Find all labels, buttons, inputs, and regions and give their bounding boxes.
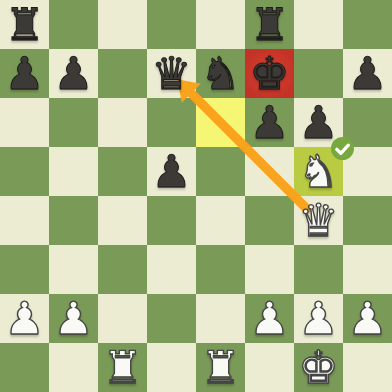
square-e6[interactable] (196, 98, 245, 147)
square-d6[interactable] (147, 98, 196, 147)
square-h4[interactable] (343, 196, 392, 245)
piece-black-pawn[interactable]: ♟ (53, 49, 93, 98)
square-b5[interactable] (49, 147, 98, 196)
square-e8[interactable] (196, 0, 245, 49)
square-h6[interactable] (343, 98, 392, 147)
square-b7[interactable]: ♟ (49, 49, 98, 98)
piece-white-knight[interactable]: ♞ (298, 147, 338, 196)
chess-board: ♜♜♟♟♛♞♚♟♟♟♟♞♛♟♟♟♟♟♜♜♚ (0, 0, 392, 392)
piece-black-rook[interactable]: ♜ (249, 0, 289, 49)
square-d4[interactable] (147, 196, 196, 245)
piece-white-pawn[interactable]: ♟ (298, 294, 338, 343)
piece-white-pawn[interactable]: ♟ (53, 294, 93, 343)
square-a7[interactable]: ♟ (0, 49, 49, 98)
square-g8[interactable] (294, 0, 343, 49)
square-f4[interactable] (245, 196, 294, 245)
piece-white-pawn[interactable]: ♟ (347, 294, 387, 343)
square-e7[interactable]: ♞ (196, 49, 245, 98)
square-a8[interactable]: ♜ (0, 0, 49, 49)
square-f7[interactable]: ♚ (245, 49, 294, 98)
square-e2[interactable] (196, 294, 245, 343)
square-g6[interactable]: ♟ (294, 98, 343, 147)
square-c4[interactable] (98, 196, 147, 245)
square-b8[interactable] (49, 0, 98, 49)
square-c2[interactable] (98, 294, 147, 343)
piece-white-pawn[interactable]: ♟ (4, 294, 44, 343)
square-a1[interactable] (0, 343, 49, 392)
square-b6[interactable] (49, 98, 98, 147)
piece-white-rook[interactable]: ♜ (102, 343, 142, 392)
piece-black-queen[interactable]: ♛ (151, 49, 191, 98)
square-a2[interactable]: ♟ (0, 294, 49, 343)
square-a6[interactable] (0, 98, 49, 147)
square-h1[interactable] (343, 343, 392, 392)
square-c3[interactable] (98, 245, 147, 294)
square-e1[interactable]: ♜ (196, 343, 245, 392)
square-g5[interactable]: ♞ (294, 147, 343, 196)
square-g4[interactable]: ♛ (294, 196, 343, 245)
square-d2[interactable] (147, 294, 196, 343)
piece-black-pawn[interactable]: ♟ (151, 147, 191, 196)
piece-black-pawn[interactable]: ♟ (347, 49, 387, 98)
square-a4[interactable] (0, 196, 49, 245)
square-a5[interactable] (0, 147, 49, 196)
square-d3[interactable] (147, 245, 196, 294)
square-g7[interactable] (294, 49, 343, 98)
square-c7[interactable] (98, 49, 147, 98)
square-h2[interactable]: ♟ (343, 294, 392, 343)
square-b1[interactable] (49, 343, 98, 392)
square-b3[interactable] (49, 245, 98, 294)
square-d1[interactable] (147, 343, 196, 392)
piece-black-pawn[interactable]: ♟ (298, 98, 338, 147)
square-g1[interactable]: ♚ (294, 343, 343, 392)
square-d8[interactable] (147, 0, 196, 49)
square-d5[interactable]: ♟ (147, 147, 196, 196)
piece-white-king[interactable]: ♚ (298, 343, 338, 392)
piece-white-rook[interactable]: ♜ (200, 343, 240, 392)
square-b4[interactable] (49, 196, 98, 245)
square-a3[interactable] (0, 245, 49, 294)
square-e4[interactable] (196, 196, 245, 245)
piece-black-pawn[interactable]: ♟ (4, 49, 44, 98)
square-h3[interactable] (343, 245, 392, 294)
square-f2[interactable]: ♟ (245, 294, 294, 343)
square-c1[interactable]: ♜ (98, 343, 147, 392)
piece-white-pawn[interactable]: ♟ (249, 294, 289, 343)
square-c6[interactable] (98, 98, 147, 147)
square-h7[interactable]: ♟ (343, 49, 392, 98)
square-h5[interactable] (343, 147, 392, 196)
square-f1[interactable] (245, 343, 294, 392)
square-g3[interactable] (294, 245, 343, 294)
piece-white-queen[interactable]: ♛ (298, 196, 338, 245)
piece-black-knight[interactable]: ♞ (200, 49, 240, 98)
piece-black-rook[interactable]: ♜ (4, 0, 44, 49)
square-f8[interactable]: ♜ (245, 0, 294, 49)
square-b2[interactable]: ♟ (49, 294, 98, 343)
square-f3[interactable] (245, 245, 294, 294)
square-c8[interactable] (98, 0, 147, 49)
square-c5[interactable] (98, 147, 147, 196)
square-h8[interactable] (343, 0, 392, 49)
piece-black-king[interactable]: ♚ (249, 49, 289, 98)
square-e3[interactable] (196, 245, 245, 294)
square-f6[interactable]: ♟ (245, 98, 294, 147)
square-e5[interactable] (196, 147, 245, 196)
square-f5[interactable] (245, 147, 294, 196)
square-d7[interactable]: ♛ (147, 49, 196, 98)
piece-black-pawn[interactable]: ♟ (249, 98, 289, 147)
square-g2[interactable]: ♟ (294, 294, 343, 343)
